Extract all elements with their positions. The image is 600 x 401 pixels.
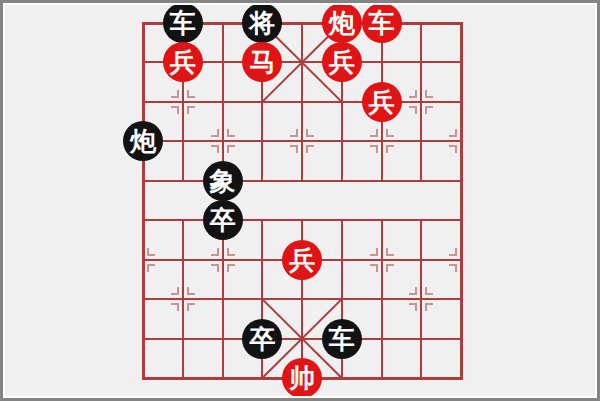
- piece-black-elephant[interactable]: 象: [203, 161, 243, 201]
- point-marker: [171, 106, 179, 114]
- point-marker: [409, 90, 417, 98]
- point-marker: [290, 145, 298, 153]
- point-marker: [370, 264, 378, 272]
- point-marker: [409, 106, 417, 114]
- piece-red-pawn-1[interactable]: 兵: [163, 42, 203, 82]
- point-marker: [449, 248, 457, 256]
- piece-black-pawn-1[interactable]: 卒: [203, 200, 243, 240]
- piece-red-pawn-4[interactable]: 兵: [282, 240, 322, 280]
- point-marker: [409, 303, 417, 311]
- piece-red-pawn-3[interactable]: 兵: [362, 82, 402, 122]
- game-window: 车将炮车兵马兵兵炮象卒兵卒车帅: [0, 0, 600, 401]
- xiangqi-board: 车将炮车兵马兵兵炮象卒兵卒车帅: [0, 0, 600, 401]
- point-marker: [147, 248, 155, 256]
- point-marker: [425, 303, 433, 311]
- piece-red-chariot[interactable]: 车: [362, 3, 402, 43]
- point-marker: [370, 129, 378, 137]
- piece-red-pawn-2[interactable]: 兵: [322, 42, 362, 82]
- piece-black-chariot-1[interactable]: 车: [163, 3, 203, 43]
- point-marker: [211, 145, 219, 153]
- point-marker: [227, 129, 235, 137]
- point-marker: [425, 90, 433, 98]
- point-marker: [171, 90, 179, 98]
- point-marker: [187, 303, 195, 311]
- point-marker: [386, 264, 394, 272]
- point-marker: [147, 264, 155, 272]
- point-marker: [211, 264, 219, 272]
- point-marker: [227, 264, 235, 272]
- point-marker: [386, 145, 394, 153]
- point-marker: [187, 106, 195, 114]
- point-marker: [449, 145, 457, 153]
- point-marker: [370, 145, 378, 153]
- piece-black-general[interactable]: 将: [242, 3, 282, 43]
- point-marker: [171, 303, 179, 311]
- point-marker: [449, 129, 457, 137]
- point-marker: [187, 287, 195, 295]
- point-marker: [187, 90, 195, 98]
- point-marker: [409, 287, 417, 295]
- point-marker: [370, 248, 378, 256]
- palace-diagonals: [0, 0, 600, 401]
- point-marker: [227, 248, 235, 256]
- point-marker: [425, 287, 433, 295]
- piece-red-general[interactable]: 帅: [282, 358, 322, 398]
- point-marker: [211, 129, 219, 137]
- point-marker: [386, 248, 394, 256]
- point-marker: [306, 145, 314, 153]
- point-marker: [306, 129, 314, 137]
- point-marker: [449, 264, 457, 272]
- point-marker: [290, 129, 298, 137]
- point-marker: [171, 287, 179, 295]
- piece-red-cannon[interactable]: 炮: [322, 3, 362, 43]
- point-marker: [227, 145, 235, 153]
- point-marker: [425, 106, 433, 114]
- point-marker: [386, 129, 394, 137]
- piece-black-pawn-2[interactable]: 卒: [242, 319, 282, 359]
- point-marker: [211, 248, 219, 256]
- piece-black-chariot-2[interactable]: 车: [322, 319, 362, 359]
